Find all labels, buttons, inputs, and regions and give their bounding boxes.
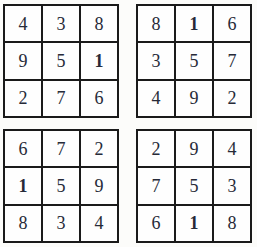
grid-cell: 2 [5, 81, 41, 116]
grid-cell: 1 [81, 43, 117, 78]
grid-cell: 4 [138, 81, 174, 116]
grid-cell: 4 [81, 206, 117, 241]
grid-cell: 9 [5, 43, 41, 78]
grid-cell: 5 [176, 168, 212, 203]
grid-cell: 1 [176, 6, 212, 41]
grid-cell: 5 [43, 168, 79, 203]
grid-cell: 8 [214, 206, 250, 241]
grid-cell: 9 [176, 81, 212, 116]
grid-cell: 6 [214, 6, 250, 41]
grid-cell: 2 [138, 131, 174, 166]
grid-cell: 3 [138, 43, 174, 78]
grid-cell: 6 [5, 131, 41, 166]
grid-cell: 3 [43, 6, 79, 41]
grid-cell: 8 [81, 6, 117, 41]
magic-square-top-left: 4 3 8 9 5 1 2 7 6 [3, 4, 119, 118]
magic-squares-page: 4 3 8 9 5 1 2 7 6 8 1 6 3 5 7 4 9 2 6 7 … [0, 0, 257, 247]
magic-square-top-right: 8 1 6 3 5 7 4 9 2 [136, 4, 252, 118]
grid-cell: 1 [176, 206, 212, 241]
grid-cell: 1 [5, 168, 41, 203]
grid-cell: 3 [214, 168, 250, 203]
grid-cell: 7 [43, 131, 79, 166]
grid-cell: 6 [138, 206, 174, 241]
grid-cell: 6 [81, 81, 117, 116]
grid-cell: 8 [5, 206, 41, 241]
magic-square-bottom-left: 6 7 2 1 5 9 8 3 4 [3, 129, 119, 243]
grid-cell: 7 [214, 43, 250, 78]
grid-cell: 5 [43, 43, 79, 78]
grid-cell: 3 [43, 206, 79, 241]
grid-cell: 9 [176, 131, 212, 166]
grid-cell: 7 [138, 168, 174, 203]
grid-cell: 2 [214, 81, 250, 116]
grid-cell: 9 [81, 168, 117, 203]
grid-cell: 4 [214, 131, 250, 166]
magic-square-bottom-right: 2 9 4 7 5 3 6 1 8 [136, 129, 252, 243]
grid-cell: 2 [81, 131, 117, 166]
grid-cell: 7 [43, 81, 79, 116]
grid-cell: 4 [5, 6, 41, 41]
grid-cell: 8 [138, 6, 174, 41]
grid-cell: 5 [176, 43, 212, 78]
